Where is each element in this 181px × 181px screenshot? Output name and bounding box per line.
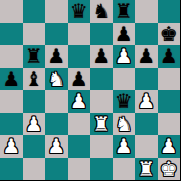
square-b8[interactable] [23,0,46,23]
square-f2[interactable]: ♟ [113,135,136,158]
black-queen-piece: ♛ [115,90,133,113]
square-a8[interactable] [0,0,23,23]
black-pawn-piece: ♟ [70,68,88,91]
square-a4[interactable] [0,90,23,113]
square-d7[interactable] [68,23,91,46]
black-rook-piece: ♜ [115,0,133,23]
square-b4[interactable] [23,90,46,113]
square-e3[interactable]: ♜ [90,113,113,136]
square-d4[interactable]: ♟ [68,90,91,113]
white-pawn-piece: ♟ [137,90,155,113]
square-c6[interactable]: ♟ [45,45,68,68]
white-king-piece: ♚ [160,158,178,181]
square-f1[interactable] [113,158,136,181]
square-d5[interactable]: ♟ [68,68,91,91]
square-b1[interactable] [23,158,46,181]
white-pawn-piece: ♟ [47,135,65,158]
square-e2[interactable] [90,135,113,158]
square-g8[interactable] [135,0,158,23]
square-a7[interactable] [0,23,23,46]
square-g1[interactable]: ♜ [135,158,158,181]
square-g5[interactable] [135,68,158,91]
square-d1[interactable] [68,158,91,181]
square-g4[interactable]: ♟ [135,90,158,113]
square-a5[interactable]: ♟ [0,68,23,91]
black-pawn-piece: ♟ [47,45,65,68]
square-b5[interactable]: ♝ [23,68,46,91]
square-e6[interactable]: ♟ [90,45,113,68]
square-g7[interactable] [135,23,158,46]
square-f6[interactable]: ♟ [113,45,136,68]
square-b7[interactable] [23,23,46,46]
white-pawn-piece: ♟ [70,90,88,113]
black-king-piece: ♚ [160,23,178,46]
square-e5[interactable] [90,68,113,91]
square-b6[interactable]: ♜ [23,45,46,68]
square-a3[interactable] [0,113,23,136]
square-d2[interactable] [68,135,91,158]
square-h8[interactable] [158,0,181,23]
square-e1[interactable] [90,158,113,181]
square-b3[interactable]: ♟ [23,113,46,136]
square-c8[interactable] [45,0,68,23]
square-c5[interactable]: ♞ [45,68,68,91]
black-pawn-piece: ♟ [137,45,155,68]
white-pawn-piece: ♟ [2,135,20,158]
square-c2[interactable]: ♟ [45,135,68,158]
square-h4[interactable] [158,90,181,113]
square-h6[interactable]: ♟ [158,45,181,68]
black-knight-piece: ♞ [92,0,110,23]
square-e8[interactable]: ♞ [90,0,113,23]
square-e7[interactable] [90,23,113,46]
black-pawn-piece: ♟ [160,45,178,68]
black-pawn-piece: ♟ [2,68,20,91]
black-rook-piece: ♜ [25,45,43,68]
square-c1[interactable] [45,158,68,181]
square-d6[interactable] [68,45,91,68]
chess-board: ♛♞♜♟♚♜♟♟♟♟♟♟♝♞♟♟♛♟♟♜♞♟♟♟♟♜♚ [0,0,180,180]
square-e4[interactable] [90,90,113,113]
black-pawn-piece: ♟ [115,23,133,46]
white-rook-piece: ♜ [137,158,155,181]
square-f3[interactable]: ♞ [113,113,136,136]
square-h2[interactable]: ♟ [158,135,181,158]
white-pawn-piece: ♟ [25,113,43,136]
square-c7[interactable] [45,23,68,46]
square-h3[interactable] [158,113,181,136]
square-h5[interactable] [158,68,181,91]
square-f7[interactable]: ♟ [113,23,136,46]
white-pawn-piece: ♟ [115,135,133,158]
square-d8[interactable]: ♛ [68,0,91,23]
square-f8[interactable]: ♜ [113,0,136,23]
white-knight-piece: ♞ [115,113,133,136]
black-queen-piece: ♛ [70,0,88,23]
white-pawn-piece: ♟ [160,135,178,158]
square-d3[interactable] [68,113,91,136]
square-g6[interactable]: ♟ [135,45,158,68]
square-a2[interactable]: ♟ [0,135,23,158]
square-g3[interactable] [135,113,158,136]
square-c3[interactable] [45,113,68,136]
black-pawn-piece: ♟ [92,45,110,68]
square-h1[interactable]: ♚ [158,158,181,181]
square-b2[interactable] [23,135,46,158]
square-f5[interactable] [113,68,136,91]
square-a6[interactable] [0,45,23,68]
white-rook-piece: ♜ [92,113,110,136]
white-pawn-piece: ♟ [115,45,133,68]
square-a1[interactable] [0,158,23,181]
square-c4[interactable] [45,90,68,113]
square-g2[interactable] [135,135,158,158]
black-bishop-piece: ♝ [25,68,43,91]
square-h7[interactable]: ♚ [158,23,181,46]
white-knight-piece: ♞ [47,68,65,91]
square-f4[interactable]: ♛ [113,90,136,113]
